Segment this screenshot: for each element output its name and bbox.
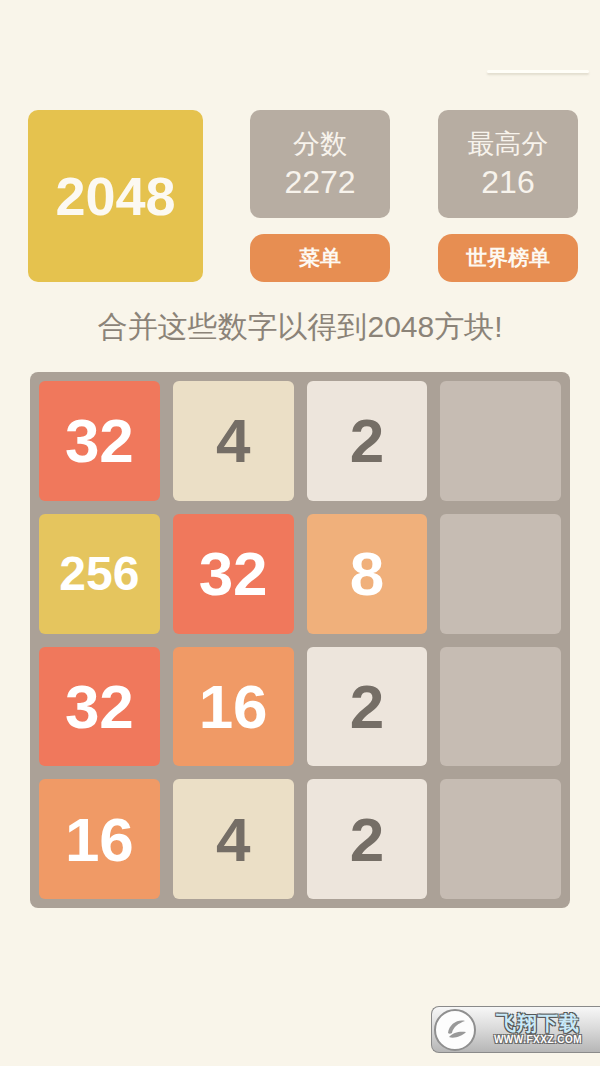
empty-cell [440, 381, 561, 501]
wing-swoosh-icon [440, 1013, 470, 1047]
leaderboard-button[interactable]: 世界榜单 [438, 234, 578, 282]
tile-4: 4 [173, 779, 294, 899]
score-box: 分数 2272 [250, 110, 390, 218]
best-score-box: 最高分 216 [438, 110, 578, 218]
best-score-label: 最高分 [468, 127, 549, 161]
tile-2: 2 [307, 381, 428, 501]
tile-16: 16 [173, 647, 294, 767]
tile-8: 8 [307, 514, 428, 634]
logo-text: 2048 [55, 165, 175, 227]
score-value: 2272 [284, 163, 355, 201]
best-score-value: 216 [481, 163, 534, 201]
empty-cell [440, 779, 561, 899]
tile-2: 2 [307, 779, 428, 899]
leaderboard-button-label: 世界榜单 [466, 244, 550, 272]
status-bar-artifact [487, 70, 589, 73]
game-screen: 2048 分数 2272 最高分 216 菜单 世界榜单 合并这些数字以得到20… [0, 0, 600, 1066]
tile-2: 2 [307, 647, 428, 767]
tile-256: 256 [39, 514, 160, 634]
tile-32: 32 [39, 381, 160, 501]
tile-4: 4 [173, 381, 294, 501]
game-board[interactable]: 3242256328321621642 [30, 372, 570, 908]
watermark-text-block: 飞翔下载 WWW.FXXZ.COM [479, 1013, 597, 1046]
instruction-text: 合并这些数字以得到2048方块! [0, 309, 600, 345]
menu-button[interactable]: 菜单 [250, 234, 390, 282]
menu-button-label: 菜单 [299, 244, 341, 272]
tile-16: 16 [39, 779, 160, 899]
score-label: 分数 [293, 127, 347, 161]
empty-cell [440, 647, 561, 767]
tile-32: 32 [173, 514, 294, 634]
watermark-url: WWW.FXXZ.COM [479, 1034, 597, 1046]
watermark-badge: 飞翔下载 WWW.FXXZ.COM [431, 1006, 600, 1053]
empty-cell [440, 514, 561, 634]
watermark-title: 飞翔下载 [479, 1013, 597, 1034]
logo-2048: 2048 [28, 110, 203, 282]
watermark-logo-circle [434, 1009, 476, 1051]
tile-32: 32 [39, 647, 160, 767]
